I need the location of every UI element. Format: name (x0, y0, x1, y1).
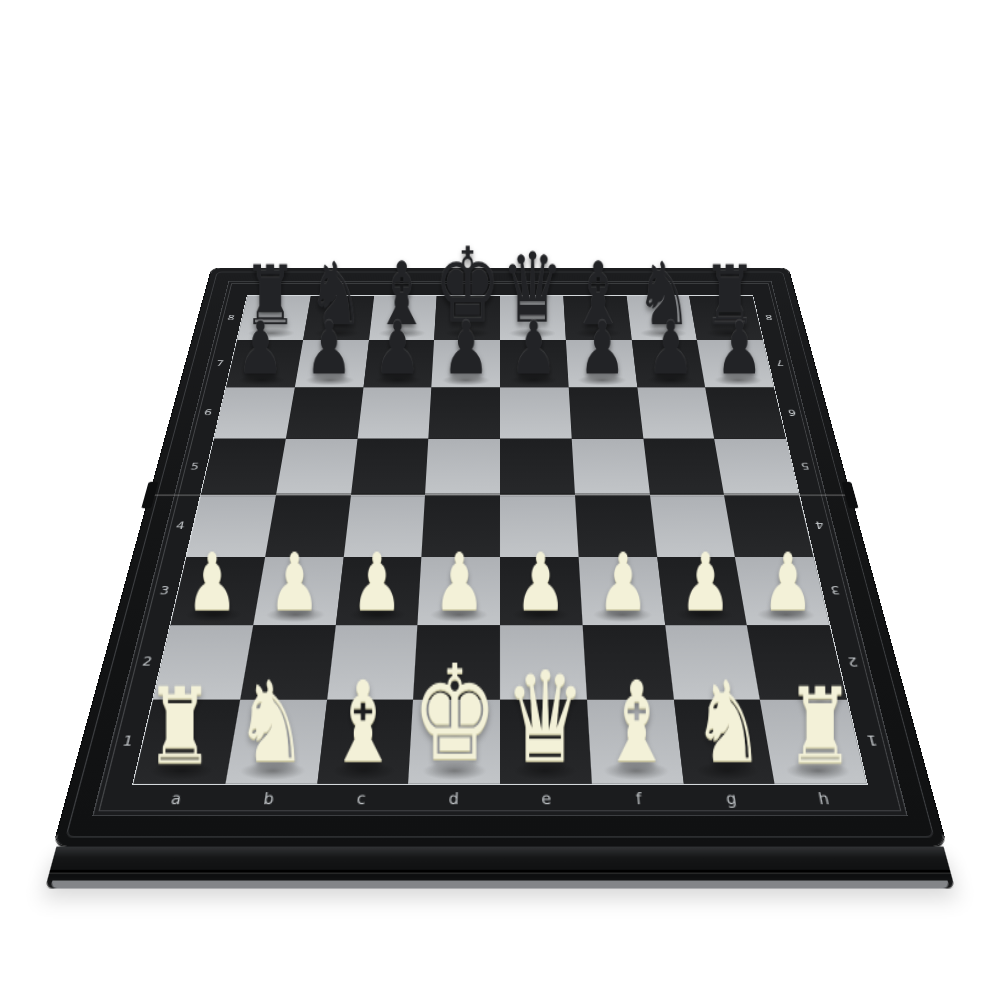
file-label-a: a (126, 784, 225, 815)
square-d3[interactable]: ♟ (418, 557, 500, 625)
piece-white-pawn[interactable]: ♟ (187, 542, 238, 621)
piece-black-pawn[interactable]: ♟ (306, 311, 354, 384)
piece-white-bishop[interactable]: ♝ (601, 668, 673, 779)
square-f1[interactable]: ♝ (587, 700, 684, 784)
square-e5[interactable] (500, 439, 575, 495)
square-h3[interactable]: ♟ (735, 557, 829, 625)
square-a5[interactable] (201, 439, 286, 495)
file-label-c: c (313, 784, 408, 815)
square-d5[interactable] (425, 439, 500, 495)
piece-white-rook[interactable]: ♜ (786, 675, 854, 780)
piece-white-knight[interactable]: ♞ (692, 668, 764, 779)
piece-black-pawn[interactable]: ♟ (715, 311, 763, 384)
square-g3[interactable]: ♟ (657, 557, 747, 625)
square-e6[interactable] (500, 387, 571, 439)
chess-board: ♜♞♝♚♛♝♞♜♟♟♟♟♟♟♟♟♟♟♟♟♟♟♟♟♜♞♝♚♛♝♞♜ 8765432… (54, 268, 946, 846)
square-c7[interactable]: ♟ (363, 340, 434, 387)
right-hinge (841, 482, 858, 509)
square-b6[interactable] (286, 387, 363, 439)
square-g6[interactable] (637, 387, 714, 439)
piece-white-pawn[interactable]: ♟ (598, 542, 649, 621)
square-e7[interactable]: ♟ (500, 340, 568, 387)
square-c1[interactable]: ♝ (317, 700, 414, 784)
square-f6[interactable] (568, 387, 642, 439)
square-f7[interactable]: ♟ (566, 340, 637, 387)
file-label-f: f (592, 784, 687, 815)
square-d6[interactable] (429, 387, 500, 439)
piece-white-pawn[interactable]: ♟ (680, 542, 731, 621)
product-photo-scene: ♜♞♝♚♛♝♞♜♟♟♟♟♟♟♟♟♟♟♟♟♟♟♟♟♜♞♝♚♛♝♞♜ 8765432… (0, 0, 1000, 1000)
square-d7[interactable]: ♟ (432, 340, 500, 387)
file-label-h: h (775, 784, 874, 815)
piece-white-pawn[interactable]: ♟ (269, 542, 320, 621)
piece-white-knight[interactable]: ♞ (236, 668, 308, 779)
square-a3[interactable]: ♟ (171, 557, 265, 625)
square-b3[interactable]: ♟ (253, 557, 343, 625)
square-a6[interactable] (214, 387, 294, 439)
file-labels-bottom: abcdefgh (126, 784, 874, 815)
file-label-g: g (683, 784, 780, 815)
square-g5[interactable] (643, 439, 724, 495)
file-label-e: e (500, 784, 593, 815)
piece-white-bishop[interactable]: ♝ (327, 668, 399, 779)
board-front-edge (45, 847, 955, 889)
piece-white-pawn[interactable]: ♟ (351, 542, 402, 621)
piece-black-pawn[interactable]: ♟ (510, 311, 558, 384)
piece-black-pawn[interactable]: ♟ (237, 311, 285, 384)
file-label-d: d (407, 784, 500, 815)
piece-black-pawn[interactable]: ♟ (442, 311, 490, 384)
rank-label-right-6: 6 (774, 387, 811, 439)
square-f5[interactable] (571, 439, 649, 495)
square-e3[interactable]: ♟ (500, 557, 582, 625)
piece-white-pawn[interactable]: ♟ (433, 542, 484, 621)
square-f3[interactable]: ♟ (578, 557, 664, 625)
square-g7[interactable]: ♟ (631, 340, 705, 387)
squares-grid: ♜♞♝♚♛♝♞♜♟♟♟♟♟♟♟♟♟♟♟♟♟♟♟♟♜♞♝♚♛♝♞♜ (134, 296, 867, 784)
square-c6[interactable] (357, 387, 431, 439)
square-g1[interactable]: ♞ (673, 700, 774, 784)
square-c5[interactable] (351, 439, 429, 495)
square-c3[interactable]: ♟ (335, 557, 421, 625)
square-h7[interactable]: ♟ (697, 340, 774, 387)
piece-black-pawn[interactable]: ♟ (579, 311, 627, 384)
piece-black-pawn[interactable]: ♟ (647, 311, 695, 384)
square-b5[interactable] (276, 439, 357, 495)
left-hinge (141, 482, 158, 509)
piece-white-pawn[interactable]: ♟ (762, 542, 813, 621)
square-b1[interactable]: ♞ (225, 700, 326, 784)
piece-black-pawn[interactable]: ♟ (374, 311, 422, 384)
square-h5[interactable] (714, 439, 799, 495)
piece-white-pawn[interactable]: ♟ (515, 542, 566, 621)
square-b7[interactable]: ♟ (295, 340, 369, 387)
square-h1[interactable]: ♜ (760, 700, 866, 784)
square-a1[interactable]: ♜ (134, 700, 240, 784)
piece-white-king[interactable]: ♚ (412, 648, 497, 780)
piece-white-queen[interactable]: ♛ (505, 654, 586, 779)
board-surface: ♜♞♝♚♛♝♞♜♟♟♟♟♟♟♟♟♟♟♟♟♟♟♟♟♜♞♝♚♛♝♞♜ 8765432… (92, 281, 908, 816)
square-d1[interactable]: ♚ (408, 700, 500, 784)
piece-white-rook[interactable]: ♜ (146, 675, 214, 780)
square-e1[interactable]: ♛ (500, 700, 592, 784)
file-label-b: b (220, 784, 317, 815)
square-h6[interactable] (705, 387, 785, 439)
square-a7[interactable]: ♟ (226, 340, 303, 387)
